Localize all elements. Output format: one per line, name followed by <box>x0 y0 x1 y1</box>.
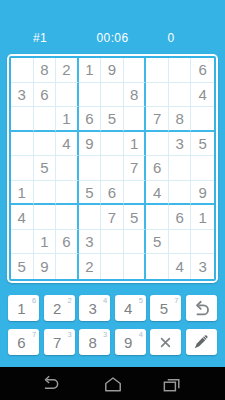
digit-count: 5 <box>139 296 143 305</box>
cell-r9c7[interactable] <box>146 254 169 279</box>
cell-r4c8[interactable]: 3 <box>169 132 192 157</box>
digit-button-6[interactable]: 6 7 <box>8 329 39 355</box>
cell-r6c9[interactable]: 9 <box>191 181 214 206</box>
cell-r4c5[interactable] <box>101 132 124 157</box>
cell-r8c6[interactable] <box>124 230 147 255</box>
digit-button-1[interactable]: 1 6 <box>8 295 39 321</box>
cell-r5c7[interactable]: 6 <box>146 156 169 181</box>
cell-r2c2[interactable]: 6 <box>34 83 57 108</box>
digit-count: 3 <box>103 330 107 339</box>
cell-r9c5[interactable] <box>101 254 124 279</box>
cell-r7c6[interactable]: 5 <box>124 205 147 230</box>
digit-count: 2 <box>67 296 71 305</box>
cell-r1c5[interactable]: 9 <box>101 58 124 83</box>
cell-r4c1[interactable] <box>11 132 34 157</box>
cell-r3c5[interactable]: 5 <box>101 107 124 132</box>
cell-r9c3[interactable] <box>56 254 79 279</box>
digit-button-5[interactable]: 5 7 <box>150 295 181 321</box>
cell-r9c1[interactable]: 5 <box>11 254 34 279</box>
undo-button[interactable] <box>186 295 217 321</box>
cell-r9c8[interactable]: 4 <box>169 254 192 279</box>
cell-r6c5[interactable]: 6 <box>101 181 124 206</box>
numpad-row-2: 6 7 7 3 8 3 9 4 <box>8 329 217 355</box>
android-nav-bar <box>0 367 225 400</box>
cell-r6c1[interactable]: 1 <box>11 181 34 206</box>
cell-r4c9[interactable]: 5 <box>191 132 214 157</box>
sudoku-grid: 8219636841657849135576156494756116355924… <box>9 56 216 281</box>
cell-r5c5[interactable] <box>101 156 124 181</box>
digit-count: 3 <box>67 330 71 339</box>
cell-r5c2[interactable]: 5 <box>34 156 57 181</box>
digit-button-3[interactable]: 3 4 <box>79 295 110 321</box>
digit-button-4[interactable]: 4 5 <box>115 295 146 321</box>
cell-r1c6[interactable] <box>124 58 147 83</box>
back-arrow-icon <box>38 375 62 392</box>
cell-r4c2[interactable] <box>34 132 57 157</box>
cell-r2c3[interactable] <box>56 83 79 108</box>
pencil-icon <box>192 333 210 351</box>
digit-button-9[interactable]: 9 4 <box>115 329 146 355</box>
cell-r4c4[interactable]: 9 <box>79 132 102 157</box>
cell-r6c3[interactable] <box>56 181 79 206</box>
cell-r3c7[interactable]: 7 <box>146 107 169 132</box>
cell-r8c4[interactable]: 3 <box>79 230 102 255</box>
cell-r1c7[interactable] <box>146 58 169 83</box>
cell-r7c9[interactable]: 1 <box>191 205 214 230</box>
cell-r7c3[interactable] <box>56 205 79 230</box>
cell-r5c9[interactable] <box>191 156 214 181</box>
cell-r7c1[interactable]: 4 <box>11 205 34 230</box>
cell-r6c6[interactable] <box>124 181 147 206</box>
cell-r7c8[interactable]: 6 <box>169 205 192 230</box>
back-button[interactable] <box>38 375 62 396</box>
clear-button[interactable] <box>150 329 181 355</box>
cell-r5c8[interactable] <box>169 156 192 181</box>
timer: 00:06 <box>0 31 225 45</box>
cell-r2c4[interactable] <box>79 83 102 108</box>
cell-r3c4[interactable]: 6 <box>79 107 102 132</box>
cell-r2c6[interactable]: 8 <box>124 83 147 108</box>
cell-r8c7[interactable]: 5 <box>146 230 169 255</box>
cell-r6c4[interactable]: 5 <box>79 181 102 206</box>
cell-r1c8[interactable] <box>169 58 192 83</box>
notes-button[interactable] <box>186 329 217 355</box>
cell-r8c8[interactable] <box>169 230 192 255</box>
digit-count: 7 <box>32 330 36 339</box>
cell-r7c4[interactable] <box>79 205 102 230</box>
cell-r3c2[interactable] <box>34 107 57 132</box>
cell-r5c6[interactable]: 7 <box>124 156 147 181</box>
cell-r7c2[interactable] <box>34 205 57 230</box>
recent-apps-icon <box>160 375 184 392</box>
cell-r8c1[interactable] <box>11 230 34 255</box>
mistake-count: 0 <box>156 31 186 45</box>
cell-r6c2[interactable] <box>34 181 57 206</box>
cell-r3c6[interactable] <box>124 107 147 132</box>
cell-r5c3[interactable] <box>56 156 79 181</box>
cell-r1c4[interactable]: 1 <box>79 58 102 83</box>
home-icon <box>101 375 125 392</box>
cell-r2c8[interactable] <box>169 83 192 108</box>
cell-r8c5[interactable] <box>101 230 124 255</box>
cell-r3c3[interactable]: 1 <box>56 107 79 132</box>
cell-r3c9[interactable] <box>191 107 214 132</box>
cell-r1c3[interactable]: 2 <box>56 58 79 83</box>
cell-r4c7[interactable] <box>146 132 169 157</box>
cell-r5c1[interactable] <box>11 156 34 181</box>
cell-r7c5[interactable]: 7 <box>101 205 124 230</box>
cell-r5c4[interactable] <box>79 156 102 181</box>
recents-button[interactable] <box>160 375 184 396</box>
cell-r4c6[interactable]: 1 <box>124 132 147 157</box>
digit-button-7[interactable]: 7 3 <box>44 329 75 355</box>
home-button[interactable] <box>101 375 125 396</box>
cell-r8c3[interactable]: 6 <box>56 230 79 255</box>
cell-r6c7[interactable]: 4 <box>146 181 169 206</box>
digit-count: 6 <box>32 296 36 305</box>
undo-arrow-icon <box>192 299 211 318</box>
cell-r8c2[interactable]: 1 <box>34 230 57 255</box>
cell-r9c6[interactable] <box>124 254 147 279</box>
cell-r2c7[interactable] <box>146 83 169 108</box>
cell-r2c9[interactable]: 4 <box>191 83 214 108</box>
cell-r4c3[interactable]: 4 <box>56 132 79 157</box>
x-cross-icon <box>157 334 174 351</box>
cell-r8c9[interactable] <box>191 230 214 255</box>
digit-count: 7 <box>174 296 178 305</box>
sudoku-board: 8219636841657849135576156494756116355924… <box>7 54 218 283</box>
cell-r6c8[interactable] <box>169 181 192 206</box>
cell-r7c7[interactable] <box>146 205 169 230</box>
cell-r2c1[interactable]: 3 <box>11 83 34 108</box>
sudoku-app: #1 00:06 0 82196368416578491355761564947… <box>0 0 225 400</box>
cell-r2c5[interactable] <box>101 83 124 108</box>
cell-r9c9[interactable]: 3 <box>191 254 214 279</box>
cell-r3c1[interactable] <box>11 107 34 132</box>
digit-count: 4 <box>139 330 143 339</box>
numpad-row-1: 1 6 2 2 3 4 4 5 5 7 <box>8 295 217 321</box>
digit-button-2[interactable]: 2 2 <box>44 295 75 321</box>
digit-count: 4 <box>103 296 107 305</box>
cell-r9c2[interactable]: 9 <box>34 254 57 279</box>
cell-r1c1[interactable] <box>11 58 34 83</box>
cell-r1c2[interactable]: 8 <box>34 58 57 83</box>
cell-r9c4[interactable]: 2 <box>79 254 102 279</box>
cell-r1c9[interactable]: 6 <box>191 58 214 83</box>
cell-r3c8[interactable]: 8 <box>169 107 192 132</box>
digit-button-8[interactable]: 8 3 <box>79 329 110 355</box>
